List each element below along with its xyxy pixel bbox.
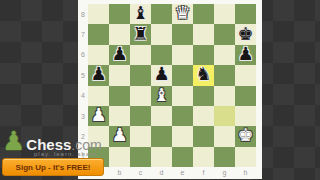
square-c6[interactable]	[130, 45, 151, 65]
square-g2[interactable]	[214, 126, 235, 146]
piece-black-pawn[interactable]: ♟	[153, 65, 169, 83]
square-d4[interactable]: ♝	[151, 86, 172, 106]
square-e7[interactable]	[172, 24, 193, 44]
piece-white-bishop[interactable]: ♝	[153, 86, 169, 104]
square-g4[interactable]	[214, 86, 235, 106]
file-label-e: e	[172, 167, 193, 178]
square-f4[interactable]	[193, 86, 214, 106]
square-a4[interactable]	[88, 86, 109, 106]
piece-black-pawn[interactable]: ♟	[90, 65, 106, 83]
square-c8[interactable]: ♝	[130, 4, 151, 24]
square-e8[interactable]: ♛	[172, 4, 193, 24]
square-e4[interactable]	[172, 86, 193, 106]
square-h4[interactable]	[235, 86, 256, 106]
square-h1[interactable]	[235, 147, 256, 167]
square-c7[interactable]: ♜	[130, 24, 151, 44]
file-labels: abcdefgh	[88, 167, 256, 178]
square-b6[interactable]: ♟	[109, 45, 130, 65]
piece-white-queen[interactable]: ♛	[174, 4, 190, 22]
file-label-b: b	[109, 167, 130, 178]
piece-black-pawn[interactable]: ♟	[111, 45, 127, 63]
rank-label-7: 7	[78, 24, 88, 44]
chesscom-logo[interactable]: ♟ Chess .com	[2, 124, 118, 154]
file-label-h: h	[235, 167, 256, 178]
square-a8[interactable]	[88, 4, 109, 24]
square-c4[interactable]	[130, 86, 151, 106]
square-e6[interactable]	[172, 45, 193, 65]
square-h3[interactable]	[235, 106, 256, 126]
square-f7[interactable]	[193, 24, 214, 44]
square-a5[interactable]: ♟	[88, 65, 109, 85]
square-e5[interactable]	[172, 65, 193, 85]
square-d5[interactable]: ♟	[151, 65, 172, 85]
file-label-c: c	[130, 167, 151, 178]
rank-label-8: 8	[78, 4, 88, 24]
square-e2[interactable]	[172, 126, 193, 146]
square-d1[interactable]	[151, 147, 172, 167]
square-c5[interactable]	[130, 65, 151, 85]
square-d2[interactable]	[151, 126, 172, 146]
piece-white-pawn[interactable]: ♟	[90, 106, 106, 124]
piece-white-king[interactable]: ♚	[237, 126, 253, 144]
square-f8[interactable]	[193, 4, 214, 24]
square-b5[interactable]	[109, 65, 130, 85]
logo-tagline: play. learn. share.	[34, 151, 114, 157]
chess-pawn-icon: ♟	[2, 128, 25, 154]
square-g8[interactable]	[214, 4, 235, 24]
piece-black-pawn[interactable]: ♟	[237, 45, 253, 63]
square-h5[interactable]	[235, 65, 256, 85]
square-d8[interactable]	[151, 4, 172, 24]
square-c1[interactable]	[130, 147, 151, 167]
piece-black-knight[interactable]: ♞	[195, 65, 211, 83]
square-f1[interactable]	[193, 147, 214, 167]
video-frame: 87654321 ♝♛♜♚♟♟♟♟♞♝♟♟♚ abcdefgh ♟ Chess …	[0, 0, 320, 180]
square-h2[interactable]: ♚	[235, 126, 256, 146]
piece-black-bishop[interactable]: ♝	[132, 4, 148, 22]
square-d6[interactable]	[151, 45, 172, 65]
square-f6[interactable]	[193, 45, 214, 65]
square-h6[interactable]: ♟	[235, 45, 256, 65]
square-b8[interactable]	[109, 4, 130, 24]
square-h7[interactable]: ♚	[235, 24, 256, 44]
piece-black-king[interactable]: ♚	[237, 25, 253, 43]
square-a6[interactable]	[88, 45, 109, 65]
square-f3[interactable]	[193, 106, 214, 126]
square-g7[interactable]	[214, 24, 235, 44]
square-c2[interactable]	[130, 126, 151, 146]
piece-black-rook[interactable]: ♜	[132, 25, 148, 43]
square-b4[interactable]	[109, 86, 130, 106]
square-d3[interactable]	[151, 106, 172, 126]
signup-button[interactable]: Sign Up - It's FREE!	[2, 158, 104, 176]
square-e3[interactable]	[172, 106, 193, 126]
square-g3[interactable]	[214, 106, 235, 126]
file-label-g: g	[214, 167, 235, 178]
square-d7[interactable]	[151, 24, 172, 44]
square-g6[interactable]	[214, 45, 235, 65]
file-label-d: d	[151, 167, 172, 178]
square-f5[interactable]: ♞	[193, 65, 214, 85]
square-h8[interactable]	[235, 4, 256, 24]
square-b7[interactable]	[109, 24, 130, 44]
square-e1[interactable]	[172, 147, 193, 167]
square-g5[interactable]	[214, 65, 235, 85]
square-g1[interactable]	[214, 147, 235, 167]
rank-label-6: 6	[78, 45, 88, 65]
square-a7[interactable]	[88, 24, 109, 44]
square-f2[interactable]	[193, 126, 214, 146]
square-c3[interactable]	[130, 106, 151, 126]
rank-label-4: 4	[78, 86, 88, 106]
rank-label-5: 5	[78, 65, 88, 85]
file-label-f: f	[193, 167, 214, 178]
